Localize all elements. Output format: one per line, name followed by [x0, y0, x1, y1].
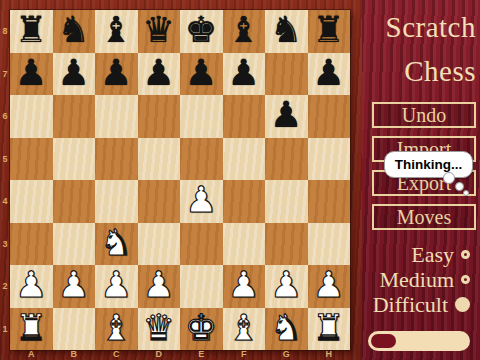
square-d2[interactable]: ♟ — [138, 265, 181, 308]
file-label-f: F — [223, 349, 266, 360]
rank-label-6: 6 — [0, 95, 10, 138]
square-f8[interactable]: ♝ — [223, 10, 266, 53]
black-rook: ♜ — [313, 12, 345, 48]
square-h8[interactable]: ♜ — [308, 10, 351, 53]
thinking-progress-fill — [371, 334, 396, 348]
square-c4[interactable] — [95, 180, 138, 223]
square-b8[interactable]: ♞ — [53, 10, 96, 53]
black-pawn: ♟ — [58, 55, 90, 91]
file-label-c: C — [95, 349, 138, 360]
thought-bubble-dot — [443, 172, 455, 184]
square-f7[interactable]: ♟ — [223, 53, 266, 96]
square-b2[interactable]: ♟ — [53, 265, 96, 308]
square-f4[interactable] — [223, 180, 266, 223]
square-a7[interactable]: ♟ — [10, 53, 53, 96]
difficulty-row-medium[interactable]: Medium — [373, 268, 470, 291]
white-pawn: ♟ — [143, 267, 175, 303]
app-title-line1: Scratch — [362, 5, 476, 49]
thinking-progress-bar — [368, 331, 470, 351]
square-d7[interactable]: ♟ — [138, 53, 181, 96]
thinking-tooltip: Thinking... — [384, 151, 473, 178]
square-e2[interactable] — [180, 265, 223, 308]
square-g7[interactable] — [265, 53, 308, 96]
file-label-a: A — [10, 349, 53, 360]
square-h7[interactable]: ♟ — [308, 53, 351, 96]
difficulty-row-difficult[interactable]: Difficult — [373, 293, 470, 316]
rank-label-7: 7 — [0, 53, 10, 96]
white-knight: ♞ — [100, 225, 132, 261]
square-a1[interactable]: ♜ — [10, 308, 53, 351]
square-c7[interactable]: ♟ — [95, 53, 138, 96]
white-knight: ♞ — [270, 310, 302, 346]
square-c6[interactable] — [95, 95, 138, 138]
difficulty-radio-easy[interactable] — [461, 250, 470, 259]
square-b3[interactable] — [53, 223, 96, 266]
square-f6[interactable] — [223, 95, 266, 138]
chess-board[interactable]: ♜♞♝♛♚♝♞♜♟♟♟♟♟♟♟♟♟♞♟♟♟♟♟♟♟♜♝♛♚♝♞♜ — [10, 10, 350, 350]
difficulty-row-easy[interactable]: Easy — [373, 243, 470, 266]
file-label-g: G — [265, 349, 308, 360]
white-king: ♚ — [185, 310, 217, 346]
square-b4[interactable] — [53, 180, 96, 223]
square-c5[interactable] — [95, 138, 138, 181]
square-h1[interactable]: ♜ — [308, 308, 351, 351]
square-d1[interactable]: ♛ — [138, 308, 181, 351]
white-bishop: ♝ — [100, 310, 132, 346]
black-pawn: ♟ — [143, 55, 175, 91]
black-pawn: ♟ — [313, 55, 345, 91]
square-e1[interactable]: ♚ — [180, 308, 223, 351]
square-d3[interactable] — [138, 223, 181, 266]
difficulty-label-difficult: Difficult — [373, 293, 448, 316]
black-pawn: ♟ — [15, 55, 47, 91]
file-label-h: H — [308, 349, 351, 360]
white-rook: ♜ — [313, 310, 345, 346]
black-bishop: ♝ — [100, 12, 132, 48]
square-f2[interactable]: ♟ — [223, 265, 266, 308]
square-e3[interactable] — [180, 223, 223, 266]
square-g5[interactable] — [265, 138, 308, 181]
square-h4[interactable] — [308, 180, 351, 223]
app-title-line2: Chess — [362, 49, 476, 93]
square-f5[interactable] — [223, 138, 266, 181]
black-pawn: ♟ — [270, 97, 302, 133]
square-g1[interactable]: ♞ — [265, 308, 308, 351]
square-c8[interactable]: ♝ — [95, 10, 138, 53]
square-h3[interactable] — [308, 223, 351, 266]
square-h2[interactable]: ♟ — [308, 265, 351, 308]
black-queen: ♛ — [143, 12, 175, 48]
difficulty-radio-medium[interactable] — [461, 275, 470, 284]
black-pawn: ♟ — [185, 55, 217, 91]
black-knight: ♞ — [270, 12, 302, 48]
file-label-b: B — [53, 349, 96, 360]
black-rook: ♜ — [15, 12, 47, 48]
square-b5[interactable] — [53, 138, 96, 181]
square-d4[interactable] — [138, 180, 181, 223]
black-bishop: ♝ — [228, 12, 260, 48]
difficulty-label-easy: Easy — [411, 243, 454, 266]
rank-label-8: 8 — [0, 10, 10, 53]
square-a8[interactable]: ♜ — [10, 10, 53, 53]
black-pawn: ♟ — [228, 55, 260, 91]
square-b7[interactable]: ♟ — [53, 53, 96, 96]
square-g2[interactable]: ♟ — [265, 265, 308, 308]
thought-bubble-dot — [455, 182, 464, 191]
file-label-e: E — [180, 349, 223, 360]
black-knight: ♞ — [58, 12, 90, 48]
square-a2[interactable]: ♟ — [10, 265, 53, 308]
app-title: Scratch Chess — [362, 0, 480, 93]
board-frame: ♜♞♝♛♚♝♞♜♟♟♟♟♟♟♟♟♟♞♟♟♟♟♟♟♟♜♝♛♚♝♞♜ 8765432… — [0, 0, 362, 360]
square-d5[interactable] — [138, 138, 181, 181]
square-f1[interactable]: ♝ — [223, 308, 266, 351]
square-a3[interactable] — [10, 223, 53, 266]
square-b1[interactable] — [53, 308, 96, 351]
square-c2[interactable]: ♟ — [95, 265, 138, 308]
rank-label-1: 1 — [0, 308, 10, 351]
square-d6[interactable] — [138, 95, 181, 138]
square-c3[interactable]: ♞ — [95, 223, 138, 266]
white-queen: ♛ — [143, 310, 175, 346]
rank-label-3: 3 — [0, 223, 10, 266]
white-pawn: ♟ — [270, 267, 302, 303]
undo-button[interactable]: Undo — [372, 102, 476, 128]
white-pawn: ♟ — [313, 267, 345, 303]
black-king: ♚ — [185, 12, 217, 48]
white-pawn: ♟ — [185, 182, 217, 218]
difficulty-radio-difficult[interactable] — [455, 297, 470, 312]
square-a4[interactable] — [10, 180, 53, 223]
white-pawn: ♟ — [58, 267, 90, 303]
square-h6[interactable] — [308, 95, 351, 138]
square-g6[interactable]: ♟ — [265, 95, 308, 138]
square-a5[interactable] — [10, 138, 53, 181]
difficulty-group: Easy Medium Difficult — [373, 243, 470, 316]
square-e8[interactable]: ♚ — [180, 10, 223, 53]
white-bishop: ♝ — [228, 310, 260, 346]
sidebar: Scratch Chess Undo Import Export Moves E… — [362, 0, 480, 360]
white-pawn: ♟ — [15, 267, 47, 303]
square-g8[interactable]: ♞ — [265, 10, 308, 53]
white-pawn: ♟ — [100, 267, 132, 303]
black-pawn: ♟ — [100, 55, 132, 91]
white-pawn: ♟ — [228, 267, 260, 303]
square-d8[interactable]: ♛ — [138, 10, 181, 53]
file-label-d: D — [138, 349, 181, 360]
scratch-chess-app: ♜♞♝♛♚♝♞♜♟♟♟♟♟♟♟♟♟♞♟♟♟♟♟♟♟♜♝♛♚♝♞♜ 8765432… — [0, 0, 480, 360]
square-e4[interactable]: ♟ — [180, 180, 223, 223]
square-f3[interactable] — [223, 223, 266, 266]
square-a6[interactable] — [10, 95, 53, 138]
square-b6[interactable] — [53, 95, 96, 138]
rank-label-4: 4 — [0, 180, 10, 223]
square-e5[interactable] — [180, 138, 223, 181]
thought-bubble-dot — [463, 190, 469, 196]
square-g3[interactable] — [265, 223, 308, 266]
rank-label-2: 2 — [0, 265, 10, 308]
difficulty-label-medium: Medium — [379, 268, 454, 291]
square-c1[interactable]: ♝ — [95, 308, 138, 351]
moves-button[interactable]: Moves — [372, 204, 476, 230]
square-h5[interactable] — [308, 138, 351, 181]
white-rook: ♜ — [15, 310, 47, 346]
square-e6[interactable] — [180, 95, 223, 138]
square-e7[interactable]: ♟ — [180, 53, 223, 96]
square-g4[interactable] — [265, 180, 308, 223]
rank-label-5: 5 — [0, 138, 10, 181]
